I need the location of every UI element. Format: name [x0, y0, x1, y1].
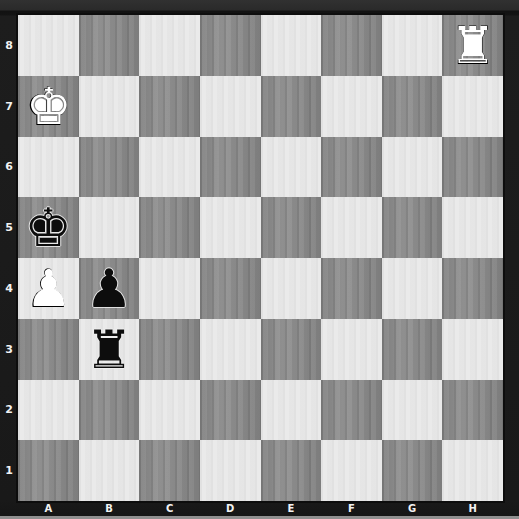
file-label-e: E — [261, 501, 322, 516]
square-a3[interactable] — [18, 319, 79, 380]
piece-fill-glyph: ♟ — [25, 263, 71, 314]
square-h6[interactable] — [442, 137, 503, 198]
square-g3[interactable] — [382, 319, 443, 380]
square-f3[interactable] — [321, 319, 382, 380]
piece-fill-glyph: ♜ — [450, 20, 496, 71]
square-d4[interactable] — [200, 258, 261, 319]
square-h3[interactable] — [442, 319, 503, 380]
rank-label-3: 3 — [0, 319, 18, 380]
rank-label-2: 2 — [0, 380, 18, 441]
square-a6[interactable] — [18, 137, 79, 198]
piece-white-pawn-a4[interactable]: ♟♙ — [18, 258, 79, 319]
piece-black-king-a5[interactable]: ♚ — [18, 197, 79, 258]
square-b5[interactable] — [79, 197, 140, 258]
file-label-d: D — [200, 501, 261, 516]
square-e5[interactable] — [261, 197, 322, 258]
piece-glyph: ♟ — [85, 262, 133, 315]
square-g5[interactable] — [382, 197, 443, 258]
square-h2[interactable] — [442, 380, 503, 441]
square-g7[interactable] — [382, 76, 443, 137]
square-b7[interactable] — [79, 76, 140, 137]
square-f7[interactable] — [321, 76, 382, 137]
square-f4[interactable] — [321, 258, 382, 319]
rank-labels: 87654321 — [0, 15, 18, 501]
square-a4[interactable]: ♟♙ — [18, 258, 79, 319]
square-d2[interactable] — [200, 380, 261, 441]
square-e6[interactable] — [261, 137, 322, 198]
square-d1[interactable] — [200, 440, 261, 501]
square-b1[interactable] — [79, 440, 140, 501]
rank-label-5: 5 — [0, 197, 18, 258]
file-label-b: B — [79, 501, 140, 516]
square-c6[interactable] — [139, 137, 200, 198]
square-g2[interactable] — [382, 380, 443, 441]
square-f8[interactable] — [321, 15, 382, 76]
square-d5[interactable] — [200, 197, 261, 258]
square-g1[interactable] — [382, 440, 443, 501]
square-d3[interactable] — [200, 319, 261, 380]
square-c7[interactable] — [139, 76, 200, 137]
rank-label-7: 7 — [0, 76, 18, 137]
file-labels: ABCDEFGH — [18, 501, 503, 516]
rank-label-6: 6 — [0, 137, 18, 198]
square-b4[interactable]: ♟ — [79, 258, 140, 319]
piece-white-king-a7[interactable]: ♚♔ — [18, 76, 79, 137]
square-c3[interactable] — [139, 319, 200, 380]
square-e8[interactable] — [261, 15, 322, 76]
square-a8[interactable] — [18, 15, 79, 76]
square-a5[interactable]: ♚ — [18, 197, 79, 258]
square-f1[interactable] — [321, 440, 382, 501]
square-g4[interactable] — [382, 258, 443, 319]
rank-label-8: 8 — [0, 15, 18, 76]
square-d8[interactable] — [200, 15, 261, 76]
square-e7[interactable] — [261, 76, 322, 137]
piece-glyph: ♜ — [85, 323, 133, 376]
square-c2[interactable] — [139, 380, 200, 441]
square-b3[interactable]: ♜ — [79, 319, 140, 380]
square-e4[interactable] — [261, 258, 322, 319]
square-h5[interactable] — [442, 197, 503, 258]
square-e2[interactable] — [261, 380, 322, 441]
file-label-a: A — [18, 501, 79, 516]
piece-glyph: ♚ — [25, 201, 73, 254]
square-b8[interactable] — [79, 15, 140, 76]
square-f2[interactable] — [321, 380, 382, 441]
chessboard-frame: 87654321 ♜♖♚♔♚♟♙♟♜ ABCDEFGH — [0, 0, 519, 519]
rank-label-4: 4 — [0, 258, 18, 319]
square-g8[interactable] — [382, 15, 443, 76]
square-a7[interactable]: ♚♔ — [18, 76, 79, 137]
square-h1[interactable] — [442, 440, 503, 501]
square-a2[interactable] — [18, 380, 79, 441]
square-d6[interactable] — [200, 137, 261, 198]
square-d7[interactable] — [200, 76, 261, 137]
file-label-h: H — [442, 501, 503, 516]
square-f5[interactable] — [321, 197, 382, 258]
square-g6[interactable] — [382, 137, 443, 198]
rank-label-1: 1 — [0, 440, 18, 501]
square-b6[interactable] — [79, 137, 140, 198]
square-f6[interactable] — [321, 137, 382, 198]
board: ♜♖♚♔♚♟♙♟♜ — [18, 15, 503, 501]
square-a1[interactable] — [18, 440, 79, 501]
square-c1[interactable] — [139, 440, 200, 501]
square-e1[interactable] — [261, 440, 322, 501]
piece-black-rook-b3[interactable]: ♜ — [79, 319, 140, 380]
square-h8[interactable]: ♜♖ — [442, 15, 503, 76]
square-h7[interactable] — [442, 76, 503, 137]
square-e3[interactable] — [261, 319, 322, 380]
piece-black-pawn-b4[interactable]: ♟ — [79, 258, 140, 319]
square-c4[interactable] — [139, 258, 200, 319]
square-c5[interactable] — [139, 197, 200, 258]
file-label-c: C — [139, 501, 200, 516]
file-label-g: G — [382, 501, 443, 516]
square-b2[interactable] — [79, 380, 140, 441]
square-h4[interactable] — [442, 258, 503, 319]
square-c8[interactable] — [139, 15, 200, 76]
piece-white-rook-h8[interactable]: ♜♖ — [442, 15, 503, 76]
piece-fill-glyph: ♚ — [25, 81, 71, 132]
file-label-f: F — [321, 501, 382, 516]
